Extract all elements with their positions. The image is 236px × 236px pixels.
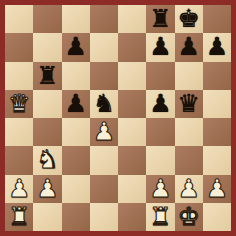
square-d4[interactable]: ♟ (90, 118, 118, 146)
square-g2[interactable]: ♟ (175, 175, 203, 203)
black-pawn-piece[interactable]: ♟ (149, 33, 171, 61)
chess-board: ♜♚♟♟♟♟♜♛♟♞♟♛♟♞♟♟♟♟♟♜♜♚ (5, 5, 231, 231)
black-rook-piece[interactable]: ♜ (36, 62, 58, 90)
square-c3[interactable] (62, 146, 90, 174)
square-a1[interactable]: ♜ (5, 203, 33, 231)
square-g5[interactable]: ♛ (175, 90, 203, 118)
square-c4[interactable] (62, 118, 90, 146)
square-a4[interactable] (5, 118, 33, 146)
square-c6[interactable] (62, 62, 90, 90)
white-knight-piece[interactable]: ♞ (36, 146, 58, 174)
square-g3[interactable] (175, 146, 203, 174)
square-f4[interactable] (146, 118, 174, 146)
square-d6[interactable] (90, 62, 118, 90)
square-d3[interactable] (90, 146, 118, 174)
black-pawn-piece[interactable]: ♟ (177, 33, 199, 61)
square-b4[interactable] (33, 118, 61, 146)
square-a7[interactable] (5, 33, 33, 61)
square-e5[interactable] (118, 90, 146, 118)
black-queen-piece[interactable]: ♛ (177, 90, 199, 118)
square-d5[interactable]: ♞ (90, 90, 118, 118)
square-a5[interactable]: ♛ (5, 90, 33, 118)
black-king-piece[interactable]: ♚ (177, 5, 199, 33)
square-b3[interactable]: ♞ (33, 146, 61, 174)
square-h2[interactable]: ♟ (203, 175, 231, 203)
square-h6[interactable] (203, 62, 231, 90)
square-e2[interactable] (118, 175, 146, 203)
square-b5[interactable] (33, 90, 61, 118)
black-pawn-piece[interactable]: ♟ (206, 33, 228, 61)
square-h7[interactable]: ♟ (203, 33, 231, 61)
square-b8[interactable] (33, 5, 61, 33)
square-b7[interactable] (33, 33, 61, 61)
square-d8[interactable] (90, 5, 118, 33)
square-h8[interactable] (203, 5, 231, 33)
white-queen-piece[interactable]: ♛ (8, 90, 30, 118)
square-d7[interactable] (90, 33, 118, 61)
square-c8[interactable] (62, 5, 90, 33)
square-h4[interactable] (203, 118, 231, 146)
square-b6[interactable]: ♜ (33, 62, 61, 90)
square-e7[interactable] (118, 33, 146, 61)
white-pawn-piece[interactable]: ♟ (149, 175, 171, 203)
square-f5[interactable]: ♟ (146, 90, 174, 118)
square-g4[interactable] (175, 118, 203, 146)
square-f6[interactable] (146, 62, 174, 90)
square-d2[interactable] (90, 175, 118, 203)
square-g1[interactable]: ♚ (175, 203, 203, 231)
square-h5[interactable] (203, 90, 231, 118)
square-a8[interactable] (5, 5, 33, 33)
board-frame: ♜♚♟♟♟♟♜♛♟♞♟♛♟♞♟♟♟♟♟♜♜♚ (0, 0, 236, 236)
white-pawn-piece[interactable]: ♟ (8, 175, 30, 203)
square-f3[interactable] (146, 146, 174, 174)
square-b1[interactable] (33, 203, 61, 231)
black-pawn-piece[interactable]: ♟ (64, 33, 86, 61)
white-king-piece[interactable]: ♚ (177, 203, 199, 231)
white-pawn-piece[interactable]: ♟ (93, 118, 115, 146)
square-a6[interactable] (5, 62, 33, 90)
black-rook-piece[interactable]: ♜ (149, 5, 171, 33)
square-f2[interactable]: ♟ (146, 175, 174, 203)
square-e4[interactable] (118, 118, 146, 146)
square-a2[interactable]: ♟ (5, 175, 33, 203)
white-pawn-piece[interactable]: ♟ (206, 175, 228, 203)
white-rook-piece[interactable]: ♜ (149, 203, 171, 231)
white-rook-piece[interactable]: ♜ (8, 203, 30, 231)
square-a3[interactable] (5, 146, 33, 174)
square-g8[interactable]: ♚ (175, 5, 203, 33)
square-f8[interactable]: ♜ (146, 5, 174, 33)
square-e1[interactable] (118, 203, 146, 231)
square-e6[interactable] (118, 62, 146, 90)
square-e3[interactable] (118, 146, 146, 174)
square-c1[interactable] (62, 203, 90, 231)
square-e8[interactable] (118, 5, 146, 33)
black-pawn-piece[interactable]: ♟ (149, 90, 171, 118)
square-h1[interactable] (203, 203, 231, 231)
black-knight-piece[interactable]: ♞ (93, 90, 115, 118)
square-b2[interactable]: ♟ (33, 175, 61, 203)
square-h3[interactable] (203, 146, 231, 174)
square-g7[interactable]: ♟ (175, 33, 203, 61)
square-c5[interactable]: ♟ (62, 90, 90, 118)
square-f1[interactable]: ♜ (146, 203, 174, 231)
white-pawn-piece[interactable]: ♟ (177, 175, 199, 203)
square-c7[interactable]: ♟ (62, 33, 90, 61)
square-c2[interactable] (62, 175, 90, 203)
square-f7[interactable]: ♟ (146, 33, 174, 61)
black-pawn-piece[interactable]: ♟ (64, 90, 86, 118)
white-pawn-piece[interactable]: ♟ (36, 175, 58, 203)
square-d1[interactable] (90, 203, 118, 231)
square-g6[interactable] (175, 62, 203, 90)
